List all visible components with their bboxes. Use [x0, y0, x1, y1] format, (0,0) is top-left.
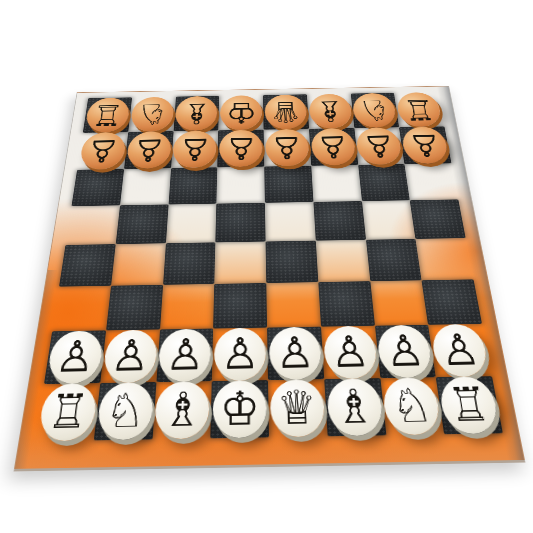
square-g4[interactable]	[366, 239, 422, 281]
square-d6[interactable]	[217, 167, 265, 204]
square-h6[interactable]	[405, 163, 459, 200]
queen-glyph: ♕	[270, 98, 302, 127]
piece-white-pawn[interactable]: ♙	[269, 327, 322, 380]
square-e8[interactable]: ♕	[263, 94, 309, 129]
square-a4[interactable]	[59, 244, 115, 286]
king-glyph: ♔	[220, 385, 260, 432]
square-c7[interactable]: ♙	[171, 130, 219, 168]
pawn-glyph: ♙	[316, 131, 350, 162]
piece-white-pawn[interactable]: ♙	[158, 329, 212, 383]
square-g3[interactable]	[370, 280, 428, 325]
king-glyph: ♔	[225, 98, 256, 127]
square-h8[interactable]: ♖	[394, 92, 444, 127]
rook-glyph: ♖	[445, 381, 492, 428]
piece-white-bishop[interactable]: ♗	[326, 378, 384, 436]
pawn-glyph: ♙	[275, 331, 315, 375]
chess-board: ♖♘♗♔♕♗♘♖♙♙♙♙♙♙♙♙♙♙♙♙♙♙♙♙♖♘♗♔♕♗♘♖	[14, 86, 526, 472]
square-d4[interactable]	[214, 242, 266, 284]
pawn-glyph: ♙	[225, 133, 257, 164]
square-g1[interactable]: ♘	[380, 377, 444, 435]
square-h2[interactable]: ♙	[428, 324, 492, 377]
piece-white-pawn[interactable]: ♙	[376, 325, 434, 378]
square-f4[interactable]	[316, 240, 370, 282]
piece-white-queen[interactable]: ♕	[270, 379, 326, 437]
piece-white-king[interactable]: ♔	[212, 380, 267, 438]
square-g5[interactable]	[362, 200, 416, 240]
square-f1[interactable]: ♗	[324, 378, 386, 436]
square-f6[interactable]	[311, 165, 362, 202]
piece-orange-pawn[interactable]: ♙	[401, 126, 450, 164]
square-c2[interactable]: ♙	[156, 329, 213, 383]
square-d5[interactable]	[216, 203, 266, 243]
square-g7[interactable]: ♙	[354, 127, 405, 165]
piece-orange-bishop[interactable]: ♗	[308, 94, 352, 129]
piece-white-rook[interactable]: ♖	[438, 376, 501, 434]
pawn-glyph: ♙	[271, 132, 304, 163]
square-d3[interactable]	[213, 283, 267, 329]
pawn-glyph: ♙	[361, 131, 397, 162]
pawn-glyph: ♙	[383, 330, 426, 374]
pawn-glyph: ♙	[85, 135, 121, 166]
pawn-glyph: ♙	[165, 333, 205, 377]
square-c3[interactable]	[160, 284, 215, 330]
piece-orange-rook[interactable]: ♖	[84, 97, 130, 132]
square-a8[interactable]: ♖	[83, 97, 132, 132]
square-b7[interactable]: ♙	[124, 131, 173, 169]
piece-orange-pawn[interactable]: ♙	[79, 132, 127, 170]
square-c4[interactable]	[163, 242, 216, 284]
bishop-glyph: ♗	[161, 386, 203, 434]
queen-glyph: ♕	[277, 384, 318, 431]
piece-white-rook[interactable]: ♖	[37, 383, 98, 441]
square-a7[interactable]: ♙	[77, 132, 128, 170]
piece-orange-pawn[interactable]: ♙	[310, 128, 356, 166]
square-b8[interactable]: ♘	[128, 97, 176, 132]
square-h5[interactable]	[410, 199, 466, 238]
square-e1[interactable]: ♕	[268, 379, 327, 437]
square-h1[interactable]: ♖	[436, 376, 503, 434]
square-e5[interactable]	[265, 202, 316, 242]
piece-orange-pawn[interactable]: ♙	[265, 129, 310, 167]
square-c1[interactable]: ♗	[152, 381, 212, 439]
square-g8[interactable]: ♘	[350, 93, 399, 128]
piece-white-pawn[interactable]: ♙	[102, 329, 158, 383]
square-f3[interactable]	[318, 281, 374, 326]
knight-glyph: ♘	[358, 96, 392, 125]
rook-glyph: ♖	[90, 101, 124, 130]
square-e2[interactable]: ♙	[267, 327, 324, 380]
rook-glyph: ♖	[401, 95, 436, 124]
square-b2[interactable]: ♙	[100, 329, 160, 383]
square-f8[interactable]: ♗	[307, 94, 354, 129]
piece-orange-pawn[interactable]: ♙	[219, 130, 263, 168]
square-g2[interactable]: ♙	[375, 325, 436, 378]
piece-orange-knight[interactable]: ♘	[352, 93, 398, 128]
piece-orange-pawn[interactable]: ♙	[172, 130, 217, 168]
pawn-glyph: ♙	[407, 130, 444, 161]
piece-white-pawn[interactable]: ♙	[214, 328, 266, 381]
square-d1[interactable]: ♔	[211, 380, 269, 438]
square-e4[interactable]	[266, 241, 319, 283]
knight-glyph: ♘	[135, 100, 168, 129]
square-a3[interactable]	[52, 286, 111, 332]
square-h3[interactable]	[422, 279, 482, 324]
bishop-glyph: ♗	[314, 97, 347, 126]
square-a6[interactable]	[71, 169, 123, 206]
piece-white-knight[interactable]: ♘	[95, 382, 154, 440]
piece-orange-bishop[interactable]: ♗	[175, 96, 218, 131]
square-c6[interactable]	[168, 167, 217, 204]
square-f7[interactable]: ♙	[309, 128, 358, 166]
square-c5[interactable]	[166, 204, 217, 244]
knight-glyph: ♘	[389, 382, 434, 429]
square-b5[interactable]	[116, 204, 169, 244]
piece-orange-pawn[interactable]: ♙	[125, 131, 171, 169]
square-d8[interactable]: ♔	[218, 95, 263, 130]
square-d7[interactable]: ♙	[217, 130, 264, 168]
pawn-glyph: ♙	[53, 335, 97, 379]
square-a2[interactable]: ♙	[44, 330, 106, 384]
square-b6[interactable]	[120, 168, 171, 205]
piece-white-pawn[interactable]: ♙	[46, 330, 104, 384]
square-f2[interactable]: ♙	[321, 326, 380, 379]
square-b3[interactable]	[106, 285, 163, 331]
pawn-glyph: ♙	[132, 135, 166, 166]
photo-backdrop: ♖♘♗♔♕♗♘♖♙♙♙♙♙♙♙♙♙♙♙♙♙♙♙♙♖♘♗♔♕♗♘♖	[0, 0, 533, 533]
piece-orange-rook[interactable]: ♖	[395, 92, 442, 127]
pawn-glyph: ♙	[178, 134, 211, 165]
piece-white-pawn[interactable]: ♙	[322, 326, 378, 379]
pawn-glyph: ♙	[221, 332, 260, 376]
pawn-glyph: ♙	[109, 334, 151, 378]
square-a1[interactable]: ♖	[35, 383, 100, 441]
knight-glyph: ♘	[103, 387, 147, 435]
square-e6[interactable]	[264, 166, 313, 203]
piece-white-knight[interactable]: ♘	[382, 377, 443, 435]
rook-glyph: ♖	[45, 388, 91, 436]
square-h4[interactable]	[416, 238, 474, 280]
bishop-glyph: ♗	[333, 383, 376, 430]
square-a5[interactable]	[65, 205, 119, 245]
piece-orange-pawn[interactable]: ♙	[355, 127, 403, 165]
board-tilt-wrapper: ♖♘♗♔♕♗♘♖♙♙♙♙♙♙♙♙♙♙♙♙♙♙♙♙♖♘♗♔♕♗♘♖	[0, 0, 533, 533]
pawn-glyph: ♙	[329, 330, 370, 374]
square-e3[interactable]	[266, 282, 321, 327]
piece-orange-queen[interactable]: ♕	[264, 94, 307, 129]
square-f5[interactable]	[313, 201, 365, 241]
square-c8[interactable]: ♗	[173, 96, 219, 131]
square-e7[interactable]: ♙	[264, 129, 311, 167]
square-b4[interactable]	[111, 243, 166, 285]
square-h7[interactable]: ♙	[399, 126, 451, 164]
square-g6[interactable]	[358, 164, 410, 201]
bishop-glyph: ♗	[180, 99, 212, 128]
piece-white-bishop[interactable]: ♗	[154, 381, 210, 439]
piece-orange-knight[interactable]: ♘	[129, 97, 174, 132]
piece-white-pawn[interactable]: ♙	[430, 324, 490, 377]
piece-orange-king[interactable]: ♔	[220, 95, 262, 130]
square-b1[interactable]: ♘	[94, 382, 156, 440]
square-d2[interactable]: ♙	[212, 328, 268, 382]
pawn-glyph: ♙	[437, 329, 482, 373]
